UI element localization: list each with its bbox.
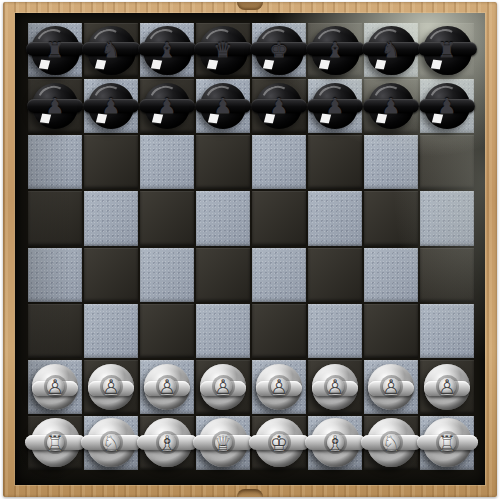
piece-black-pawn[interactable]: ♟ — [424, 83, 470, 129]
square-b2[interactable]: ♙ — [84, 360, 138, 414]
square-e1[interactable]: ♔ — [252, 416, 306, 470]
pawn-icon: ♙ — [382, 377, 400, 397]
square-e4[interactable] — [252, 248, 306, 302]
pawn-icon: ♟ — [438, 96, 457, 117]
chess-board: ♜♞♝♛♚♝♞♜♟♟♟♟♟♟♟♟♙♙♙♙♙♙♙♙♖♘♗♕♔♗♘♖ — [28, 23, 474, 470]
square-c5[interactable] — [140, 191, 194, 245]
piece-white-pawn[interactable]: ♙ — [424, 364, 470, 410]
square-d4[interactable] — [196, 248, 250, 302]
square-b3[interactable] — [84, 304, 138, 358]
square-b6[interactable] — [84, 135, 138, 189]
thumb-notch-top — [237, 2, 263, 10]
piece-black-knight[interactable]: ♞ — [367, 26, 416, 75]
pawn-icon: ♙ — [158, 377, 176, 397]
square-h5[interactable] — [420, 191, 474, 245]
knight-icon: ♘ — [102, 433, 120, 453]
queen-icon: ♕ — [214, 433, 232, 453]
pawn-icon: ♙ — [102, 377, 120, 397]
piece-black-pawn[interactable]: ♟ — [368, 83, 414, 129]
pawn-icon: ♟ — [270, 96, 289, 117]
square-f2[interactable]: ♙ — [308, 360, 362, 414]
square-b8[interactable]: ♞ — [84, 23, 138, 77]
piece-white-rook[interactable]: ♖ — [31, 418, 80, 467]
square-d7[interactable]: ♟ — [196, 79, 250, 133]
square-h7[interactable]: ♟ — [420, 79, 474, 133]
square-c3[interactable] — [140, 304, 194, 358]
square-a3[interactable] — [28, 304, 82, 358]
king-icon: ♔ — [270, 433, 288, 453]
square-f4[interactable] — [308, 248, 362, 302]
piece-white-pawn[interactable]: ♙ — [256, 364, 302, 410]
piece-white-king[interactable]: ♔ — [255, 418, 304, 467]
square-b1[interactable]: ♘ — [84, 416, 138, 470]
square-a2[interactable]: ♙ — [28, 360, 82, 414]
piece-white-bishop[interactable]: ♗ — [143, 418, 192, 467]
board-surface: ♜♞♝♛♚♝♞♜♟♟♟♟♟♟♟♟♙♙♙♙♙♙♙♙♖♘♗♕♔♗♘♖ — [15, 13, 485, 485]
rook-icon: ♜ — [46, 40, 65, 61]
square-h4[interactable] — [420, 248, 474, 302]
square-f6[interactable] — [308, 135, 362, 189]
piece-black-knight[interactable]: ♞ — [87, 26, 136, 75]
piece-white-pawn[interactable]: ♙ — [32, 364, 78, 410]
square-c1[interactable]: ♗ — [140, 416, 194, 470]
pawn-icon: ♙ — [46, 377, 64, 397]
square-f5[interactable] — [308, 191, 362, 245]
square-e7[interactable]: ♟ — [252, 79, 306, 133]
bishop-icon: ♗ — [326, 433, 344, 453]
piece-white-knight[interactable]: ♘ — [367, 418, 416, 467]
square-e3[interactable] — [252, 304, 306, 358]
square-a6[interactable] — [28, 135, 82, 189]
square-e8[interactable]: ♚ — [252, 23, 306, 77]
piece-white-pawn[interactable]: ♙ — [368, 364, 414, 410]
square-f8[interactable]: ♝ — [308, 23, 362, 77]
square-f7[interactable]: ♟ — [308, 79, 362, 133]
square-b4[interactable] — [84, 248, 138, 302]
square-b5[interactable] — [84, 191, 138, 245]
square-h8[interactable]: ♜ — [420, 23, 474, 77]
piece-black-pawn[interactable]: ♟ — [32, 83, 78, 129]
square-h6[interactable] — [420, 135, 474, 189]
piece-white-pawn[interactable]: ♙ — [88, 364, 134, 410]
piece-black-rook[interactable]: ♜ — [31, 26, 80, 75]
square-g8[interactable]: ♞ — [364, 23, 418, 77]
square-f3[interactable] — [308, 304, 362, 358]
square-g1[interactable]: ♘ — [364, 416, 418, 470]
pawn-icon: ♟ — [102, 96, 121, 117]
square-d6[interactable] — [196, 135, 250, 189]
square-d5[interactable] — [196, 191, 250, 245]
queen-icon: ♛ — [214, 40, 233, 61]
piece-black-rook[interactable]: ♜ — [423, 26, 472, 75]
bishop-icon: ♗ — [158, 433, 176, 453]
piece-white-rook[interactable]: ♖ — [423, 418, 472, 467]
piece-white-queen[interactable]: ♕ — [199, 418, 248, 467]
piece-black-king[interactable]: ♚ — [255, 26, 304, 75]
square-b7[interactable]: ♟ — [84, 79, 138, 133]
piece-white-pawn[interactable]: ♙ — [200, 364, 246, 410]
piece-black-bishop[interactable]: ♝ — [311, 26, 360, 75]
square-a8[interactable]: ♜ — [28, 23, 82, 77]
square-c4[interactable] — [140, 248, 194, 302]
square-c8[interactable]: ♝ — [140, 23, 194, 77]
bishop-icon: ♝ — [158, 40, 177, 61]
pawn-icon: ♟ — [214, 96, 233, 117]
square-d2[interactable]: ♙ — [196, 360, 250, 414]
piece-black-queen[interactable]: ♛ — [199, 26, 248, 75]
pawn-icon: ♟ — [158, 96, 177, 117]
thumb-notch-bottom — [237, 489, 263, 497]
knight-icon: ♞ — [382, 40, 401, 61]
square-a4[interactable] — [28, 248, 82, 302]
rook-icon: ♖ — [46, 433, 64, 453]
square-c2[interactable]: ♙ — [140, 360, 194, 414]
square-h2[interactable]: ♙ — [420, 360, 474, 414]
square-c7[interactable]: ♟ — [140, 79, 194, 133]
piece-black-pawn[interactable]: ♟ — [312, 83, 358, 129]
square-g5[interactable] — [364, 191, 418, 245]
square-f1[interactable]: ♗ — [308, 416, 362, 470]
square-g6[interactable] — [364, 135, 418, 189]
wooden-box-frame: ♜♞♝♛♚♝♞♜♟♟♟♟♟♟♟♟♙♙♙♙♙♙♙♙♖♘♗♕♔♗♘♖ — [3, 2, 497, 497]
square-g2[interactable]: ♙ — [364, 360, 418, 414]
square-e6[interactable] — [252, 135, 306, 189]
pawn-icon: ♙ — [438, 377, 456, 397]
square-h1[interactable]: ♖ — [420, 416, 474, 470]
bishop-icon: ♝ — [326, 40, 345, 61]
king-icon: ♚ — [270, 40, 289, 61]
piece-white-knight[interactable]: ♘ — [87, 418, 136, 467]
knight-icon: ♘ — [382, 433, 400, 453]
piece-white-pawn[interactable]: ♙ — [312, 364, 358, 410]
rook-icon: ♖ — [438, 433, 456, 453]
rook-icon: ♜ — [438, 40, 457, 61]
square-g4[interactable] — [364, 248, 418, 302]
piece-white-bishop[interactable]: ♗ — [311, 418, 360, 467]
piece-black-pawn[interactable]: ♟ — [200, 83, 246, 129]
square-a1[interactable]: ♖ — [28, 416, 82, 470]
knight-icon: ♞ — [102, 40, 121, 61]
square-g7[interactable]: ♟ — [364, 79, 418, 133]
square-c6[interactable] — [140, 135, 194, 189]
square-h3[interactable] — [420, 304, 474, 358]
piece-black-bishop[interactable]: ♝ — [143, 26, 192, 75]
square-d3[interactable] — [196, 304, 250, 358]
pawn-icon: ♟ — [46, 96, 65, 117]
piece-black-pawn[interactable]: ♟ — [144, 83, 190, 129]
pawn-icon: ♙ — [326, 377, 344, 397]
pawn-icon: ♟ — [326, 96, 345, 117]
square-a7[interactable]: ♟ — [28, 79, 82, 133]
square-g3[interactable] — [364, 304, 418, 358]
square-d1[interactable]: ♕ — [196, 416, 250, 470]
pawn-icon: ♙ — [214, 377, 232, 397]
pawn-icon: ♟ — [382, 96, 401, 117]
square-d8[interactable]: ♛ — [196, 23, 250, 77]
chess-set-product-photo: ♜♞♝♛♚♝♞♜♟♟♟♟♟♟♟♟♙♙♙♙♙♙♙♙♖♘♗♕♔♗♘♖ — [0, 0, 500, 499]
square-e2[interactable]: ♙ — [252, 360, 306, 414]
piece-black-pawn[interactable]: ♟ — [256, 83, 302, 129]
square-a5[interactable] — [28, 191, 82, 245]
piece-white-pawn[interactable]: ♙ — [144, 364, 190, 410]
pawn-icon: ♙ — [270, 377, 288, 397]
square-e5[interactable] — [252, 191, 306, 245]
piece-black-pawn[interactable]: ♟ — [88, 83, 134, 129]
